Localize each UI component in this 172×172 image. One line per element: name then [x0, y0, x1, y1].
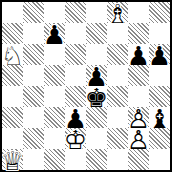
- square-b6[interactable]: [23, 44, 44, 65]
- piece-white-king[interactable]: ♚♔: [65, 128, 86, 149]
- square-d2[interactable]: ♚♔: [65, 128, 86, 149]
- square-f4[interactable]: [107, 86, 128, 107]
- square-h6[interactable]: ♟: [149, 44, 170, 65]
- chess-board: ♝♗♟♞♘♟♟♟♚♟♟♙♝♚♔♟♙♛♕: [0, 0, 172, 172]
- square-a4[interactable]: [2, 86, 23, 107]
- square-e3[interactable]: [86, 107, 107, 128]
- square-d1[interactable]: [65, 149, 86, 170]
- square-c7[interactable]: ♟: [44, 23, 65, 44]
- square-b1[interactable]: [23, 149, 44, 170]
- square-g8[interactable]: [128, 2, 149, 23]
- piece-black-bishop[interactable]: ♝: [149, 107, 170, 128]
- square-f3[interactable]: [107, 107, 128, 128]
- square-a1[interactable]: ♛♕: [2, 149, 23, 170]
- square-b7[interactable]: [23, 23, 44, 44]
- square-e4[interactable]: ♚: [86, 86, 107, 107]
- square-h2[interactable]: [149, 128, 170, 149]
- square-b2[interactable]: [23, 128, 44, 149]
- square-f1[interactable]: [107, 149, 128, 170]
- square-b8[interactable]: [23, 2, 44, 23]
- white-knight-glyph: ♘: [1, 45, 24, 66]
- square-e7[interactable]: [86, 23, 107, 44]
- square-b3[interactable]: [23, 107, 44, 128]
- square-f6[interactable]: [107, 44, 128, 65]
- square-h5[interactable]: [149, 65, 170, 86]
- square-e8[interactable]: [86, 2, 107, 23]
- white-king-glyph: ♔: [64, 129, 87, 150]
- black-bishop-glyph: ♝: [148, 108, 171, 129]
- white-bishop-glyph: ♗: [106, 3, 129, 24]
- square-b4[interactable]: [23, 86, 44, 107]
- square-h8[interactable]: [149, 2, 170, 23]
- square-c6[interactable]: [44, 44, 65, 65]
- white-queen-glyph: ♕: [1, 150, 24, 171]
- piece-black-pawn[interactable]: ♟: [44, 23, 65, 44]
- square-c1[interactable]: [44, 149, 65, 170]
- square-g2[interactable]: ♟♙: [128, 128, 149, 149]
- square-d8[interactable]: [65, 2, 86, 23]
- piece-white-queen[interactable]: ♛♕: [2, 149, 23, 170]
- square-a8[interactable]: [2, 2, 23, 23]
- square-a3[interactable]: [2, 107, 23, 128]
- black-pawn-glyph: ♟: [148, 45, 171, 66]
- square-d6[interactable]: [65, 44, 86, 65]
- piece-white-bishop[interactable]: ♝♗: [107, 2, 128, 23]
- square-g1[interactable]: [128, 149, 149, 170]
- square-f2[interactable]: [107, 128, 128, 149]
- square-c5[interactable]: [44, 65, 65, 86]
- piece-white-knight[interactable]: ♞♘: [2, 44, 23, 65]
- white-pawn-glyph: ♙: [127, 129, 150, 150]
- square-d7[interactable]: [65, 23, 86, 44]
- square-a6[interactable]: ♞♘: [2, 44, 23, 65]
- piece-white-pawn[interactable]: ♟♙: [128, 128, 149, 149]
- black-pawn-glyph: ♟: [43, 24, 66, 45]
- square-f8[interactable]: ♝♗: [107, 2, 128, 23]
- piece-black-pawn[interactable]: ♟: [149, 44, 170, 65]
- black-king-glyph: ♚: [85, 87, 108, 108]
- square-g6[interactable]: ♟: [128, 44, 149, 65]
- square-e2[interactable]: [86, 128, 107, 149]
- square-a5[interactable]: [2, 65, 23, 86]
- square-c3[interactable]: [44, 107, 65, 128]
- square-c2[interactable]: [44, 128, 65, 149]
- square-h1[interactable]: [149, 149, 170, 170]
- square-f5[interactable]: [107, 65, 128, 86]
- square-h3[interactable]: ♝: [149, 107, 170, 128]
- piece-black-king[interactable]: ♚: [86, 86, 107, 107]
- square-d5[interactable]: [65, 65, 86, 86]
- square-f7[interactable]: [107, 23, 128, 44]
- black-pawn-glyph: ♟: [127, 45, 150, 66]
- square-g5[interactable]: [128, 65, 149, 86]
- piece-black-pawn[interactable]: ♟: [128, 44, 149, 65]
- square-e1[interactable]: [86, 149, 107, 170]
- square-c4[interactable]: [44, 86, 65, 107]
- square-b5[interactable]: [23, 65, 44, 86]
